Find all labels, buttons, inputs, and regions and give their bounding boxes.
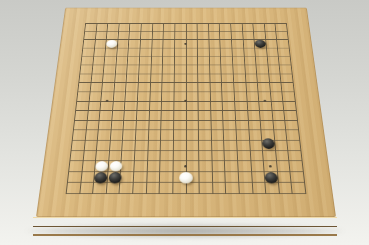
grid-line-v	[197, 23, 200, 193]
grid-line-h	[73, 130, 298, 131]
front-upper-band	[33, 217, 337, 227]
grid-line-v	[208, 23, 213, 193]
grid-line-v	[146, 23, 153, 193]
grid-line-v	[172, 23, 175, 193]
go-board	[36, 8, 336, 217]
grid-line-v	[132, 23, 142, 193]
front-lower-band	[33, 227, 337, 236]
board-front-edge	[33, 217, 337, 233]
grid-line-h	[74, 120, 297, 121]
grid-line-v	[230, 23, 240, 193]
stone-black-Q6[interactable]	[262, 138, 275, 148]
grid-line-h	[71, 150, 301, 151]
board-3d-wrap	[36, 8, 336, 217]
photo-backdrop	[0, 0, 369, 245]
grid-line-v	[159, 23, 164, 193]
star-point	[269, 165, 272, 167]
grid-line-h	[66, 193, 306, 194]
grid-line-h	[76, 110, 297, 111]
grid-line-v	[275, 23, 293, 193]
grid-line-v	[253, 23, 267, 193]
grid-line-v	[241, 23, 253, 193]
grid-line-v	[186, 23, 187, 193]
board-grid[interactable]	[47, 13, 325, 208]
stone-white-K3[interactable]	[179, 172, 192, 183]
grid-line-v	[66, 23, 86, 193]
stone-black-Q3[interactable]	[264, 172, 278, 183]
grid-line-v	[219, 23, 226, 193]
